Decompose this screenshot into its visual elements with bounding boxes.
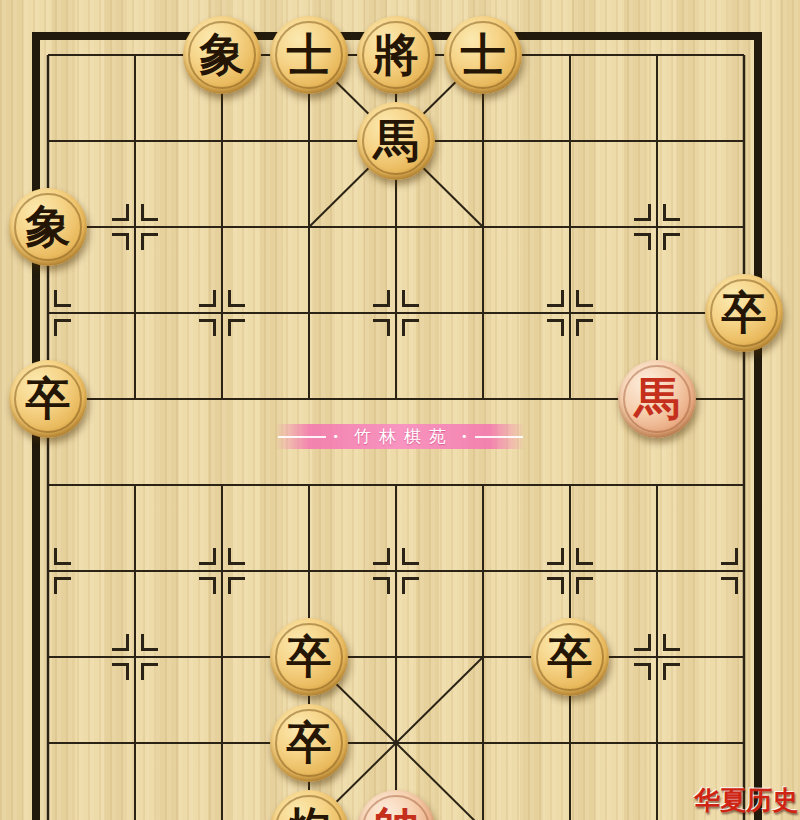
piece-character: 帥 bbox=[374, 806, 419, 820]
river-watermark-banner: • 竹林棋苑 • bbox=[275, 424, 525, 449]
piece-character: 卒 bbox=[548, 634, 593, 679]
piece-character: 士 bbox=[461, 32, 506, 77]
banner-line-right bbox=[475, 436, 523, 438]
piece-black-horse[interactable]: 馬 bbox=[357, 102, 435, 180]
piece-black-soldier[interactable]: 卒 bbox=[9, 360, 87, 438]
piece-black-advisor[interactable]: 士 bbox=[444, 16, 522, 94]
piece-black-soldier[interactable]: 卒 bbox=[531, 618, 609, 696]
corner-watermark-text: 华夏历史 bbox=[694, 786, 798, 815]
piece-black-soldier[interactable]: 卒 bbox=[270, 618, 348, 696]
piece-black-elephant[interactable]: 象 bbox=[9, 188, 87, 266]
piece-black-soldier[interactable]: 卒 bbox=[705, 274, 783, 352]
piece-character: 馬 bbox=[635, 376, 680, 421]
piece-black-elephant[interactable]: 象 bbox=[183, 16, 261, 94]
piece-layer[interactable]: 象士將士馬象卒卒馬卒卒卒炮帥 bbox=[5, 12, 788, 820]
piece-red-general[interactable]: 帥 bbox=[357, 790, 435, 820]
river-watermark-text: 竹林棋苑 bbox=[346, 425, 454, 448]
banner-dot-left: • bbox=[333, 431, 340, 442]
piece-character: 象 bbox=[26, 204, 71, 249]
piece-character: 卒 bbox=[722, 290, 767, 335]
piece-character: 象 bbox=[200, 32, 245, 77]
banner-dot-right: • bbox=[461, 431, 468, 442]
piece-character: 卒 bbox=[287, 720, 332, 765]
piece-character: 卒 bbox=[26, 376, 71, 421]
piece-black-general[interactable]: 將 bbox=[357, 16, 435, 94]
piece-character: 士 bbox=[287, 32, 332, 77]
piece-red-horse[interactable]: 馬 bbox=[618, 360, 696, 438]
xiangqi-board[interactable]: 象士將士馬象卒卒馬卒卒卒炮帥 • 竹林棋苑 • 华夏历史 bbox=[0, 0, 800, 820]
piece-character: 炮 bbox=[287, 806, 332, 820]
piece-character: 卒 bbox=[287, 634, 332, 679]
piece-black-cannon[interactable]: 炮 bbox=[270, 790, 348, 820]
piece-character: 馬 bbox=[374, 118, 419, 163]
piece-black-advisor[interactable]: 士 bbox=[270, 16, 348, 94]
piece-character: 將 bbox=[374, 32, 419, 77]
banner-line-left bbox=[278, 436, 326, 438]
piece-black-soldier[interactable]: 卒 bbox=[270, 704, 348, 782]
